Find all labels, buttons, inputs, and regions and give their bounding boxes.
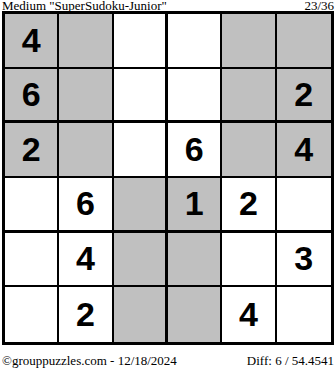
cell-r6c2[interactable]: 2: [59, 287, 113, 342]
cell-r2c3[interactable]: [114, 69, 168, 124]
cell-r1c6[interactable]: [277, 14, 331, 69]
cell-r6c4[interactable]: [168, 287, 222, 342]
puzzle-page: Medium "SuperSudoku-Junior" 23/36 462264…: [0, 0, 336, 370]
cell-r1c1[interactable]: 4: [5, 14, 59, 69]
puzzle-counter: 23/36: [304, 0, 334, 11]
cell-r5c6[interactable]: 3: [277, 233, 331, 288]
cell-r6c1[interactable]: [5, 287, 59, 342]
difficulty-text: Diff: 6 / 54.4541: [247, 353, 334, 368]
puzzle-title: Medium "SuperSudoku-Junior": [2, 0, 167, 11]
cell-r3c2[interactable]: [59, 123, 113, 178]
cell-r2c2[interactable]: [59, 69, 113, 124]
header: Medium "SuperSudoku-Junior" 23/36: [0, 0, 336, 11]
cell-r4c1[interactable]: [5, 178, 59, 233]
sudoku-board: 4622646124324: [2, 11, 334, 345]
cell-r2c6[interactable]: 2: [277, 69, 331, 124]
cell-r5c2[interactable]: 4: [59, 233, 113, 288]
cell-r2c1[interactable]: 6: [5, 69, 59, 124]
cell-r3c4[interactable]: 6: [168, 123, 222, 178]
cell-r4c6[interactable]: [277, 178, 331, 233]
cell-r4c3[interactable]: [114, 178, 168, 233]
footer: ©grouppuzzles.com - 12/18/2024 Diff: 6 /…: [0, 353, 336, 368]
cell-r2c5[interactable]: [222, 69, 276, 124]
cell-r1c5[interactable]: [222, 14, 276, 69]
cell-r6c5[interactable]: 4: [222, 287, 276, 342]
cell-r6c3[interactable]: [114, 287, 168, 342]
cell-r3c6[interactable]: 4: [277, 123, 331, 178]
cell-r5c1[interactable]: [5, 233, 59, 288]
cell-r2c4[interactable]: [168, 69, 222, 124]
cell-r3c1[interactable]: 2: [5, 123, 59, 178]
cell-r5c5[interactable]: [222, 233, 276, 288]
copyright-text: ©grouppuzzles.com - 12/18/2024: [2, 353, 177, 368]
cell-r6c6[interactable]: [277, 287, 331, 342]
cell-r4c2[interactable]: 6: [59, 178, 113, 233]
cell-r1c2[interactable]: [59, 14, 113, 69]
cell-r1c4[interactable]: [168, 14, 222, 69]
cell-r4c5[interactable]: 2: [222, 178, 276, 233]
cell-r5c4[interactable]: [168, 233, 222, 288]
cell-r5c3[interactable]: [114, 233, 168, 288]
cell-r1c3[interactable]: [114, 14, 168, 69]
cell-r3c3[interactable]: [114, 123, 168, 178]
cell-r3c5[interactable]: [222, 123, 276, 178]
cell-r4c4[interactable]: 1: [168, 178, 222, 233]
